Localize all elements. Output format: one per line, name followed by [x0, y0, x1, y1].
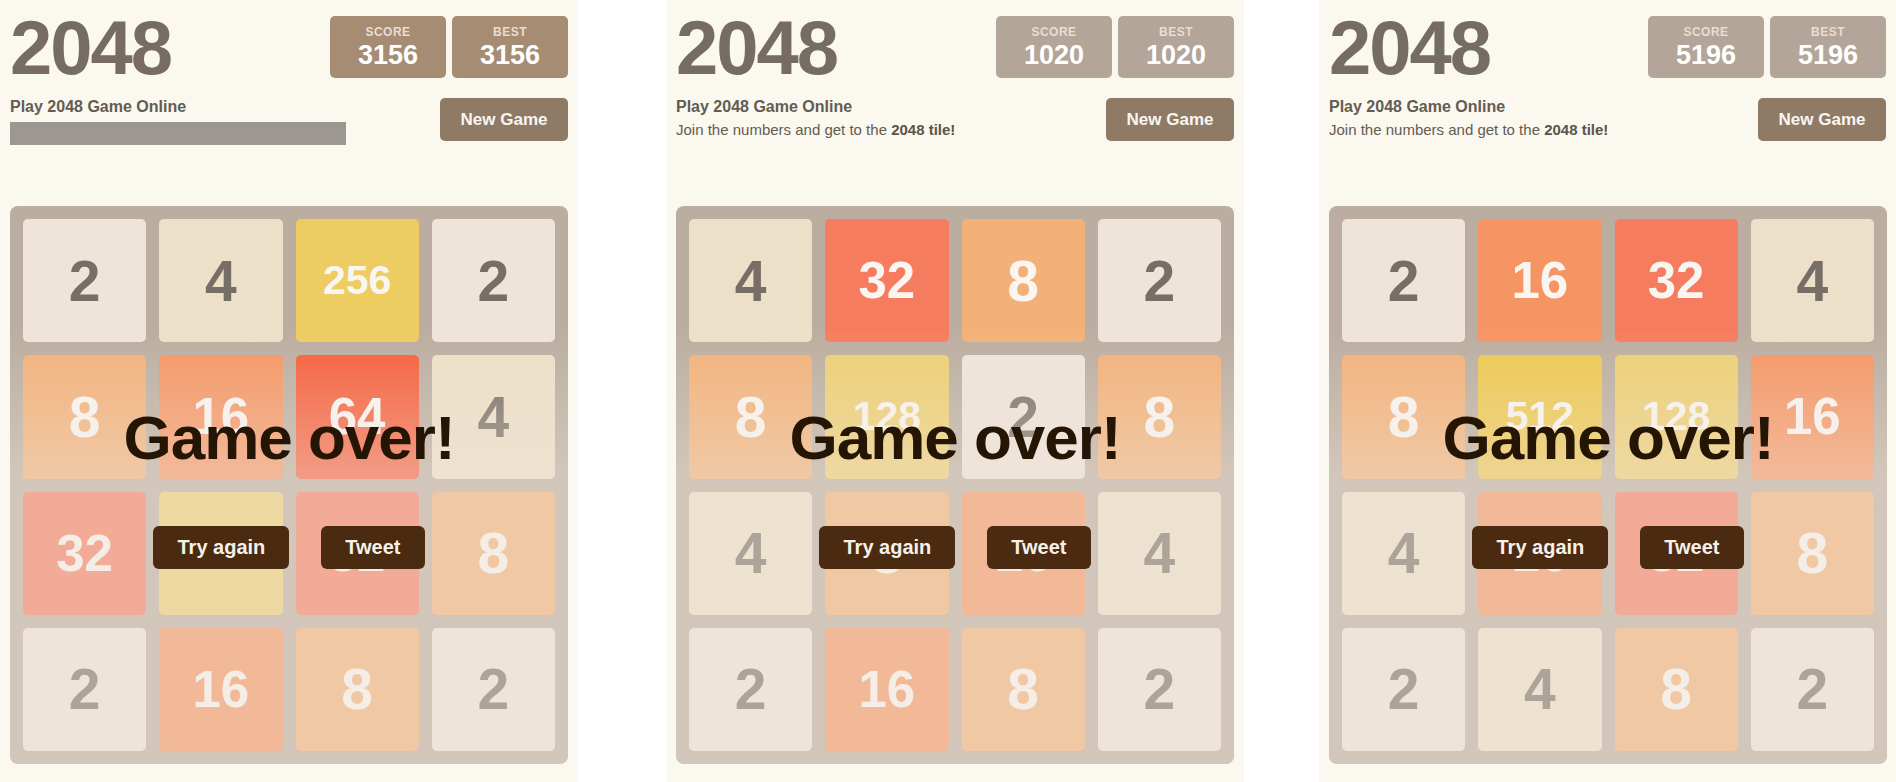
- game-panel-3: 2048 SCORE 5196 BEST 5196 Play 2048 Game…: [1319, 0, 1896, 782]
- overlay-buttons: Try again Tweet: [10, 526, 568, 569]
- game-over-message: Game over!: [1329, 402, 1887, 473]
- score-area: SCORE 1020 BEST 1020: [996, 16, 1234, 78]
- subtitle-text: Join the numbers and get to the 2048 til…: [676, 121, 955, 138]
- best-value: 5196: [1770, 40, 1886, 71]
- score-box: SCORE 3156: [330, 16, 446, 78]
- score-label: SCORE: [330, 25, 446, 39]
- best-box: BEST 5196: [1770, 16, 1886, 78]
- best-box: BEST 1020: [1118, 16, 1234, 78]
- game-over-message: Game over!: [10, 402, 568, 473]
- board-container: 2163248512128164163282482 Game over! Try…: [1329, 206, 1887, 764]
- score-area: SCORE 5196 BEST 5196: [1648, 16, 1886, 78]
- taglines: Play 2048 Game Online Join the numbers a…: [676, 96, 955, 156]
- tweet-button[interactable]: Tweet: [987, 526, 1090, 569]
- board-container: 2425628166443212832821682 Game over! Try…: [10, 206, 568, 764]
- game-panel-1: 2048 SCORE 3156 BEST 3156 Play 2048 Game…: [0, 0, 578, 782]
- panel-header: 2048 SCORE 1020 BEST 1020: [676, 8, 1234, 94]
- subtitle-prefix: Join the numbers and get to the: [1329, 121, 1544, 138]
- sub-header: Play 2048 Game Online Join the numbers a…: [1329, 96, 1886, 156]
- score-label: SCORE: [1648, 25, 1764, 39]
- panel-header: 2048 SCORE 3156 BEST 3156: [10, 8, 568, 94]
- best-label: BEST: [1770, 25, 1886, 39]
- board-container: 432828128284816421682 Game over! Try aga…: [676, 206, 1234, 764]
- sub-header: Play 2048 Game Online New Game: [10, 96, 568, 156]
- score-label: SCORE: [996, 25, 1112, 39]
- score-value: 3156: [330, 40, 446, 71]
- overlay-buttons: Try again Tweet: [676, 526, 1234, 569]
- panel-header: 2048 SCORE 5196 BEST 5196: [1329, 8, 1886, 94]
- try-again-button[interactable]: Try again: [1472, 526, 1608, 569]
- try-again-button[interactable]: Try again: [153, 526, 289, 569]
- game-over-overlay: Game over! Try again Tweet: [10, 206, 568, 764]
- best-value: 3156: [452, 40, 568, 71]
- best-value: 1020: [1118, 40, 1234, 71]
- score-value: 5196: [1648, 40, 1764, 71]
- overlay-buttons: Try again Tweet: [1329, 526, 1887, 569]
- new-game-button[interactable]: New Game: [1758, 98, 1886, 141]
- best-label: BEST: [452, 25, 568, 39]
- game-panel-2: 2048 SCORE 1020 BEST 1020 Play 2048 Game…: [666, 0, 1244, 782]
- taglines: Play 2048 Game Online Join the numbers a…: [1329, 96, 1608, 156]
- tweet-button[interactable]: Tweet: [321, 526, 424, 569]
- taglines: Play 2048 Game Online: [10, 96, 346, 156]
- subtitle-goal: 2048 tile!: [891, 121, 955, 138]
- game-over-overlay: Game over! Try again Tweet: [1329, 206, 1887, 764]
- subtitle-text: Join the numbers and get to the 2048 til…: [1329, 121, 1608, 138]
- tagline-text: Play 2048 Game Online: [676, 98, 955, 116]
- new-game-button[interactable]: New Game: [1106, 98, 1234, 141]
- best-label: BEST: [1118, 25, 1234, 39]
- score-box: SCORE 5196: [1648, 16, 1764, 78]
- subtitle-prefix: Join the numbers and get to the: [676, 121, 891, 138]
- tagline-text: Play 2048 Game Online: [10, 98, 346, 116]
- score-box: SCORE 1020: [996, 16, 1112, 78]
- game-over-overlay: Game over! Try again Tweet: [676, 206, 1234, 764]
- sub-header: Play 2048 Game Online Join the numbers a…: [676, 96, 1234, 156]
- tagline-text: Play 2048 Game Online: [1329, 98, 1608, 116]
- score-area: SCORE 3156 BEST 3156: [330, 16, 568, 78]
- game-title: 2048: [676, 2, 837, 94]
- tweet-button[interactable]: Tweet: [1640, 526, 1743, 569]
- try-again-button[interactable]: Try again: [819, 526, 955, 569]
- score-value: 1020: [996, 40, 1112, 71]
- new-game-button[interactable]: New Game: [440, 98, 568, 141]
- game-title: 2048: [10, 2, 171, 94]
- game-over-message: Game over!: [676, 402, 1234, 473]
- subtitle-placeholder-bar: [10, 122, 346, 145]
- best-box: BEST 3156: [452, 16, 568, 78]
- subtitle-goal: 2048 tile!: [1544, 121, 1608, 138]
- game-title: 2048: [1329, 2, 1490, 94]
